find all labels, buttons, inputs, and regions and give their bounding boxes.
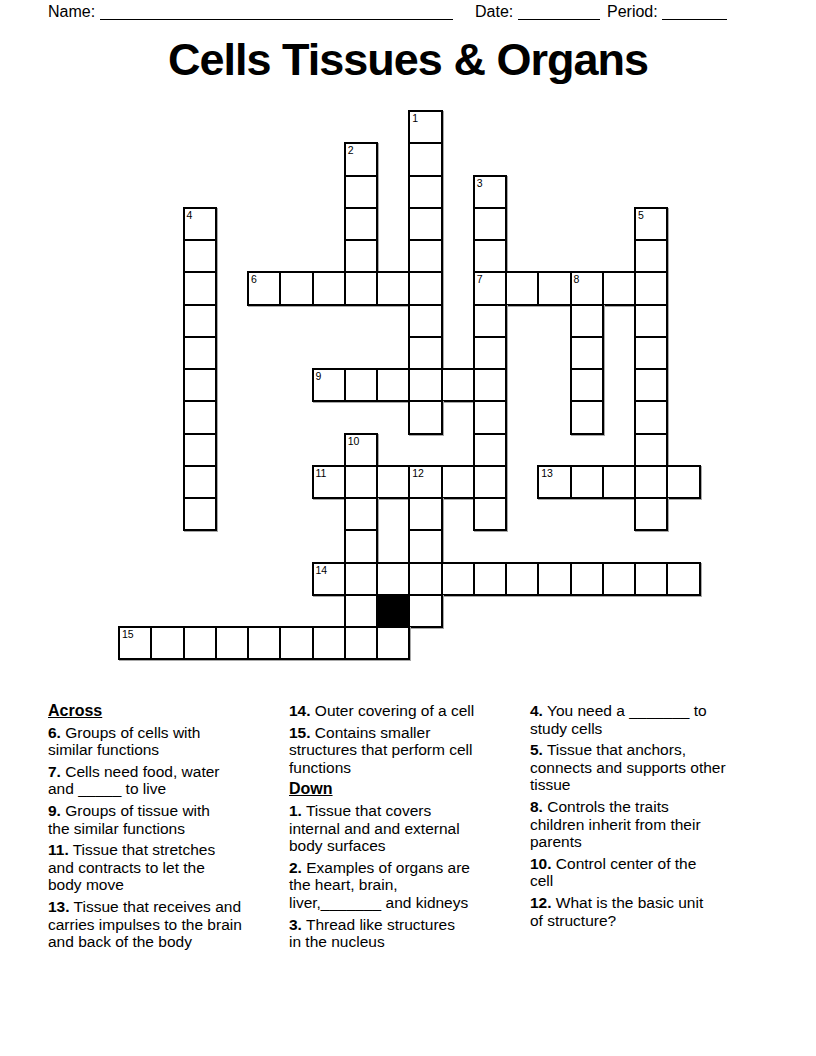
grid-cell-r3c9[interactable] bbox=[408, 207, 442, 241]
grid-cell-r16c3[interactable] bbox=[215, 626, 249, 660]
grid-cell-r4c9[interactable] bbox=[408, 239, 442, 273]
grid-cell-r11c11[interactable] bbox=[473, 465, 507, 499]
grid-cell-r6c14[interactable] bbox=[570, 304, 604, 338]
grid-cell-r11c16[interactable] bbox=[634, 465, 668, 499]
clue-down-5: 5. Tissue that anchors, connects and sup… bbox=[530, 741, 726, 794]
down-heading: Down bbox=[289, 780, 474, 798]
date-field: Date: bbox=[475, 3, 600, 21]
grid-cell-r6c9[interactable] bbox=[408, 304, 442, 338]
grid-cell-r9c9[interactable] bbox=[408, 400, 442, 434]
clue-number-7: 7 bbox=[477, 273, 483, 285]
grid-cell-r8c11[interactable] bbox=[473, 368, 507, 402]
grid-cell-r15c7[interactable] bbox=[344, 594, 378, 628]
date-label: Date: bbox=[475, 3, 513, 20]
grid-cell-r7c2[interactable] bbox=[183, 336, 217, 370]
grid-cell-r13c7[interactable] bbox=[344, 529, 378, 563]
clue-down-1: 1. Tissue that covers internal and and e… bbox=[289, 802, 474, 855]
clue-across-6: 6. Groups of cells with similar function… bbox=[48, 724, 242, 759]
name-blank-line[interactable] bbox=[100, 5, 453, 20]
clue-number-4: 4 bbox=[187, 209, 193, 221]
grid-cell-r8c6[interactable]: 9 bbox=[312, 368, 346, 402]
grid-cell-r14c16[interactable] bbox=[634, 562, 668, 596]
grid-cell-r16c5[interactable] bbox=[279, 626, 313, 660]
grid-cell-r8c10[interactable] bbox=[441, 368, 475, 402]
grid-cell-r4c16[interactable] bbox=[634, 239, 668, 273]
grid-cell-r16c4[interactable] bbox=[247, 626, 281, 660]
clue-number-14: 14 bbox=[316, 564, 328, 576]
clue-number-11: 11 bbox=[316, 467, 327, 479]
across-heading: Across bbox=[48, 702, 242, 720]
grid-cell-r11c2[interactable] bbox=[183, 465, 217, 499]
clue-down-4: 4. You need a _______ to study cells bbox=[530, 702, 726, 737]
grid-cell-r9c11[interactable] bbox=[473, 400, 507, 434]
grid-cell-r14c6[interactable]: 14 bbox=[312, 562, 346, 596]
grid-cell-r4c2[interactable] bbox=[183, 239, 217, 273]
grid-cell-r14c17[interactable] bbox=[666, 562, 700, 596]
grid-cell-r16c0[interactable]: 15 bbox=[118, 626, 152, 660]
grid-cell-r14c13[interactable] bbox=[537, 562, 571, 596]
grid-cell-r11c17[interactable] bbox=[666, 465, 700, 499]
grid-cell-r7c16[interactable] bbox=[634, 336, 668, 370]
grid-cell-r7c9[interactable] bbox=[408, 336, 442, 370]
clue-number-8: 8 bbox=[574, 273, 580, 285]
name-label: Name: bbox=[48, 3, 95, 20]
clue-number-2: 2 bbox=[348, 144, 354, 156]
grid-cell-r5c13[interactable] bbox=[537, 271, 571, 305]
grid-cell-r8c7[interactable] bbox=[344, 368, 378, 402]
grid-cell-r5c9[interactable] bbox=[408, 271, 442, 305]
clue-across-14: 14. Outer covering of a cell bbox=[289, 702, 474, 720]
grid-cell-r6c16[interactable] bbox=[634, 304, 668, 338]
grid-cell-r5c6[interactable] bbox=[312, 271, 346, 305]
grid-cell-r16c6[interactable] bbox=[312, 626, 346, 660]
grid-cell-r12c2[interactable] bbox=[183, 497, 217, 531]
grid-cell-r1c7[interactable]: 2 bbox=[344, 142, 378, 176]
clue-number-1: 1 bbox=[412, 112, 418, 124]
grid-cell-r14c15[interactable] bbox=[602, 562, 636, 596]
clue-across-11: 11. Tissue that stretches and contracts … bbox=[48, 841, 242, 894]
grid-cell-r10c11[interactable] bbox=[473, 433, 507, 467]
grid-cell-r4c11[interactable] bbox=[473, 239, 507, 273]
clue-number-15: 15 bbox=[122, 628, 134, 640]
grid-cell-r2c11[interactable]: 3 bbox=[473, 175, 507, 209]
grid-cell-r5c8[interactable] bbox=[376, 271, 410, 305]
clue-down-12: 12. What is the basic unit of structure? bbox=[530, 894, 726, 929]
clue-down-3: 3. Thread like structures in the nucleus bbox=[289, 916, 474, 951]
clue-number-3: 3 bbox=[477, 177, 483, 189]
period-blank-line[interactable] bbox=[662, 5, 727, 20]
grid-cell-r14c8[interactable] bbox=[376, 562, 410, 596]
clue-down-10: 10. Control center of the cell bbox=[530, 855, 726, 890]
clue-across-7: 7. Cells need food, water and _____ to l… bbox=[48, 763, 242, 798]
grid-cell-r8c16[interactable] bbox=[634, 368, 668, 402]
grid-cell-r11c14[interactable] bbox=[570, 465, 604, 499]
clue-column-2: 14. Outer covering of a cell15. Contains… bbox=[289, 702, 474, 955]
grid-cell-r5c12[interactable] bbox=[505, 271, 539, 305]
grid-cell-r14c12[interactable] bbox=[505, 562, 539, 596]
clue-column-1: Across6. Groups of cells with similar fu… bbox=[48, 702, 242, 955]
grid-cell-r5c2[interactable] bbox=[183, 271, 217, 305]
grid-cell-r3c16[interactable]: 5 bbox=[634, 207, 668, 241]
grid-cell-r5c15[interactable] bbox=[602, 271, 636, 305]
clue-number-6: 6 bbox=[251, 273, 257, 285]
grid-cell-r10c7[interactable]: 10 bbox=[344, 433, 378, 467]
grid-cell-r10c2[interactable] bbox=[183, 433, 217, 467]
grid-cell-r14c10[interactable] bbox=[441, 562, 475, 596]
grid-cell-r14c11[interactable] bbox=[473, 562, 507, 596]
grid-cell-r11c8[interactable] bbox=[376, 465, 410, 499]
period-label: Period: bbox=[607, 3, 658, 20]
clue-number-10: 10 bbox=[348, 435, 360, 447]
grid-cell-r8c14[interactable] bbox=[570, 368, 604, 402]
grid-cell-r11c13[interactable]: 13 bbox=[537, 465, 571, 499]
grid-cell-r5c7[interactable] bbox=[344, 271, 378, 305]
clue-across-15: 15. Contains smaller structures that per… bbox=[289, 724, 474, 777]
grid-cell-r7c14[interactable] bbox=[570, 336, 604, 370]
clue-down-8: 8. Controls the traits children inherit … bbox=[530, 798, 726, 851]
grid-cell-r9c16[interactable] bbox=[634, 400, 668, 434]
grid-cell-r8c8[interactable] bbox=[376, 368, 410, 402]
grid-cell-r8c9[interactable] bbox=[408, 368, 442, 402]
grid-cell-r11c15[interactable] bbox=[602, 465, 636, 499]
grid-cell-r12c11[interactable] bbox=[473, 497, 507, 531]
grid-cell-r14c14[interactable] bbox=[570, 562, 604, 596]
grid-cell-r3c7[interactable] bbox=[344, 207, 378, 241]
grid-cell-r7c11[interactable] bbox=[473, 336, 507, 370]
grid-cell-r15c9[interactable] bbox=[408, 594, 442, 628]
grid-cell-r16c7[interactable] bbox=[344, 626, 378, 660]
clue-column-3: 4. You need a _______ to study cells5. T… bbox=[530, 702, 726, 933]
grid-cell-r4c7[interactable] bbox=[344, 239, 378, 273]
grid-cell-r9c2[interactable] bbox=[183, 400, 217, 434]
grid-cell-r16c2[interactable] bbox=[183, 626, 217, 660]
clue-across-9: 9. Groups of tissue with the similar fun… bbox=[48, 802, 242, 837]
grid-cell-r0c9[interactable]: 1 bbox=[408, 110, 442, 144]
blocked-cell bbox=[376, 594, 410, 628]
name-field: Name: bbox=[48, 3, 453, 21]
grid-cell-r5c11[interactable]: 7 bbox=[473, 271, 507, 305]
clue-number-5: 5 bbox=[638, 209, 644, 221]
grid-cell-r14c9[interactable] bbox=[408, 562, 442, 596]
grid-cell-r5c16[interactable] bbox=[634, 271, 668, 305]
grid-cell-r11c6[interactable]: 11 bbox=[312, 465, 346, 499]
grid-cell-r12c7[interactable] bbox=[344, 497, 378, 531]
clue-down-2: 2. Examples of organs are the heart, bra… bbox=[289, 859, 474, 912]
grid-cell-r11c9[interactable]: 12 bbox=[408, 465, 442, 499]
grid-cell-r16c1[interactable] bbox=[150, 626, 184, 660]
grid-cell-r13c9[interactable] bbox=[408, 529, 442, 563]
clue-number-13: 13 bbox=[541, 467, 553, 479]
grid-cell-r10c16[interactable] bbox=[634, 433, 668, 467]
grid-cell-r6c2[interactable] bbox=[183, 304, 217, 338]
grid-cell-r8c2[interactable] bbox=[183, 368, 217, 402]
grid-cell-r12c9[interactable] bbox=[408, 497, 442, 531]
grid-cell-r5c14[interactable]: 8 bbox=[570, 271, 604, 305]
grid-cell-r3c2[interactable]: 4 bbox=[183, 207, 217, 241]
grid-cell-r5c4[interactable]: 6 bbox=[247, 271, 281, 305]
grid-cell-r12c16[interactable] bbox=[634, 497, 668, 531]
grid-cell-r2c9[interactable] bbox=[408, 175, 442, 209]
clue-number-9: 9 bbox=[316, 370, 322, 382]
period-field: Period: bbox=[607, 3, 727, 21]
clue-across-13: 13. Tissue that receives and carries imp… bbox=[48, 898, 242, 951]
page-title: Cells Tissues & Organs bbox=[0, 31, 816, 89]
grid-cell-r9c14[interactable] bbox=[570, 400, 604, 434]
grid-cell-r2c7[interactable] bbox=[344, 175, 378, 209]
clue-number-12: 12 bbox=[412, 467, 424, 479]
grid-cell-r3c11[interactable] bbox=[473, 207, 507, 241]
grid-cell-r1c9[interactable] bbox=[408, 142, 442, 176]
worksheet-page: Name: Date: Period: Cells Tissues & Orga… bbox=[0, 0, 816, 1056]
grid-cell-r5c5[interactable] bbox=[279, 271, 313, 305]
grid-cell-r16c8[interactable] bbox=[376, 626, 410, 660]
grid-cell-r14c7[interactable] bbox=[344, 562, 378, 596]
grid-cell-r11c7[interactable] bbox=[344, 465, 378, 499]
date-blank-line[interactable] bbox=[518, 5, 600, 20]
grid-cell-r11c10[interactable] bbox=[441, 465, 475, 499]
grid-cell-r6c11[interactable] bbox=[473, 304, 507, 338]
